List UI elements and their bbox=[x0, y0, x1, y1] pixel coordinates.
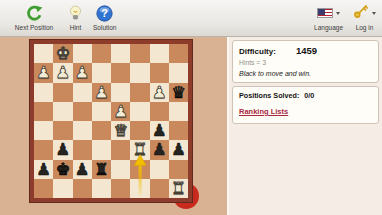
square-f1[interactable] bbox=[130, 179, 149, 198]
chess-board: ♚♟♟♟♟♟♛♟♛♟♟♜♟♟♟♚♟♜♜ bbox=[30, 40, 192, 202]
square-a1[interactable] bbox=[34, 179, 53, 198]
square-f2[interactable] bbox=[130, 160, 149, 179]
square-g3[interactable]: ♟ bbox=[150, 140, 169, 159]
square-a4[interactable] bbox=[34, 121, 53, 140]
next-position-icon bbox=[26, 4, 43, 22]
square-d6[interactable]: ♟ bbox=[92, 83, 111, 102]
square-h1[interactable]: ♜ bbox=[169, 179, 188, 198]
square-g8[interactable] bbox=[150, 44, 169, 63]
square-h2[interactable] bbox=[169, 160, 188, 179]
login-caret-icon bbox=[372, 12, 376, 15]
piece-black-P-a2[interactable]: ♟ bbox=[36, 160, 51, 179]
square-e4[interactable]: ♛ bbox=[111, 121, 130, 140]
hint-label: Hint bbox=[70, 24, 82, 31]
solution-label: Solution bbox=[93, 24, 117, 31]
toolbar: Next Position Hint ? bbox=[0, 0, 382, 37]
square-f5[interactable] bbox=[130, 102, 149, 121]
piece-white-P-d6[interactable]: ♟ bbox=[94, 83, 109, 102]
square-a8[interactable] bbox=[34, 44, 53, 63]
square-g4[interactable]: ♟ bbox=[150, 121, 169, 140]
piece-white-R-f3[interactable]: ♜ bbox=[133, 140, 148, 159]
piece-white-P-a7[interactable]: ♟ bbox=[36, 63, 51, 82]
us-flag-icon bbox=[317, 8, 333, 18]
square-e8[interactable] bbox=[111, 44, 130, 63]
square-b8[interactable]: ♚ bbox=[53, 44, 72, 63]
next-position-label: Next Position bbox=[15, 24, 53, 31]
square-b3[interactable]: ♟ bbox=[53, 140, 72, 159]
square-f3[interactable]: ♜ bbox=[130, 140, 149, 159]
login-label: Log in bbox=[356, 24, 374, 31]
square-b6[interactable] bbox=[53, 83, 72, 102]
piece-black-P-b3[interactable]: ♟ bbox=[56, 140, 71, 159]
solved-box: Positions Solved: 0/0 Ranking Lists bbox=[232, 86, 379, 124]
square-g2[interactable] bbox=[150, 160, 169, 179]
square-a6[interactable] bbox=[34, 83, 53, 102]
language-caret-icon bbox=[336, 12, 340, 15]
login-button[interactable]: Log in bbox=[353, 0, 376, 31]
piece-black-R-d2[interactable]: ♜ bbox=[94, 160, 109, 179]
square-a7[interactable]: ♟ bbox=[34, 63, 53, 82]
board-area: ♚♟♟♟♟♟♛♟♛♟♟♜♟♟♟♚♟♜♜ bbox=[0, 37, 227, 215]
square-h7[interactable] bbox=[169, 63, 188, 82]
square-a5[interactable] bbox=[34, 102, 53, 121]
square-g7[interactable] bbox=[150, 63, 169, 82]
positions-solved-label: Positions Solved: bbox=[239, 91, 299, 100]
piece-white-P-c7[interactable]: ♟ bbox=[75, 63, 90, 82]
next-position-button[interactable]: Next Position bbox=[10, 0, 58, 31]
ranking-lists-link[interactable]: Ranking Lists bbox=[239, 107, 288, 116]
square-h5[interactable] bbox=[169, 102, 188, 121]
piece-white-K-b8[interactable]: ♚ bbox=[56, 44, 71, 63]
square-a2[interactable]: ♟ bbox=[34, 160, 53, 179]
square-e7[interactable] bbox=[111, 63, 130, 82]
hint-button[interactable]: Hint bbox=[68, 0, 83, 31]
square-c2[interactable]: ♟ bbox=[73, 160, 92, 179]
square-f7[interactable] bbox=[130, 63, 149, 82]
square-d1[interactable] bbox=[92, 179, 111, 198]
piece-black-K-b2[interactable]: ♚ bbox=[56, 160, 71, 179]
square-b2[interactable]: ♚ bbox=[53, 160, 72, 179]
square-e1[interactable] bbox=[111, 179, 130, 198]
svg-text:?: ? bbox=[102, 7, 108, 19]
solution-button[interactable]: ? Solution bbox=[93, 0, 117, 31]
square-d2[interactable]: ♜ bbox=[92, 160, 111, 179]
square-e6[interactable] bbox=[111, 83, 130, 102]
square-g5[interactable] bbox=[150, 102, 169, 121]
positions-solved-value: 0/0 bbox=[304, 91, 314, 100]
hint-bulb-icon bbox=[68, 4, 83, 22]
piece-white-Q-e4[interactable]: ♛ bbox=[113, 121, 128, 140]
solution-question-icon: ? bbox=[96, 4, 113, 22]
square-c6[interactable] bbox=[73, 83, 92, 102]
square-g1[interactable] bbox=[150, 179, 169, 198]
square-h3[interactable]: ♟ bbox=[169, 140, 188, 159]
square-b5[interactable] bbox=[53, 102, 72, 121]
square-d8[interactable] bbox=[92, 44, 111, 63]
square-c8[interactable] bbox=[73, 44, 92, 63]
square-c3[interactable] bbox=[73, 140, 92, 159]
square-f6[interactable] bbox=[130, 83, 149, 102]
square-d5[interactable] bbox=[92, 102, 111, 121]
language-button[interactable]: Language bbox=[314, 0, 343, 31]
square-d3[interactable] bbox=[92, 140, 111, 159]
piece-white-P-e5[interactable]: ♟ bbox=[113, 102, 128, 121]
piece-white-P-g6[interactable]: ♟ bbox=[152, 83, 167, 102]
square-e5[interactable]: ♟ bbox=[111, 102, 130, 121]
difficulty-value: 1459 bbox=[296, 45, 317, 56]
square-h4[interactable] bbox=[169, 121, 188, 140]
square-f8[interactable] bbox=[130, 44, 149, 63]
square-d7[interactable] bbox=[92, 63, 111, 82]
piece-black-P-c2[interactable]: ♟ bbox=[75, 160, 90, 179]
square-e2[interactable] bbox=[111, 160, 130, 179]
square-c4[interactable] bbox=[73, 121, 92, 140]
piece-black-P-g4[interactable]: ♟ bbox=[152, 121, 167, 140]
square-h6[interactable]: ♛ bbox=[169, 83, 188, 102]
square-c1[interactable] bbox=[73, 179, 92, 198]
square-b7[interactable]: ♟ bbox=[53, 63, 72, 82]
language-label: Language bbox=[314, 24, 343, 31]
difficulty-box: Difficulty: 1459 Hints = 3 Black to move… bbox=[232, 40, 379, 83]
puzzle-app-window: Next Position Hint ? bbox=[0, 0, 382, 215]
square-b4[interactable] bbox=[53, 121, 72, 140]
square-e3[interactable] bbox=[111, 140, 130, 159]
hints-remaining: Hints = 3 bbox=[239, 59, 372, 66]
piece-black-P-h3[interactable]: ♟ bbox=[171, 140, 186, 159]
square-d4[interactable] bbox=[92, 121, 111, 140]
info-panel: Difficulty: 1459 Hints = 3 Black to move… bbox=[227, 37, 382, 215]
piece-black-P-g3[interactable]: ♟ bbox=[152, 140, 167, 159]
square-h8[interactable] bbox=[169, 44, 188, 63]
square-c7[interactable]: ♟ bbox=[73, 63, 92, 82]
move-instruction: Black to move and win. bbox=[239, 70, 372, 77]
square-f4[interactable] bbox=[130, 121, 149, 140]
square-a3[interactable] bbox=[34, 140, 53, 159]
piece-white-R-h1[interactable]: ♜ bbox=[171, 179, 186, 198]
piece-black-Q-h6[interactable]: ♛ bbox=[171, 83, 186, 102]
square-c5[interactable] bbox=[73, 102, 92, 121]
login-key-icon bbox=[353, 3, 369, 23]
piece-white-P-b7[interactable]: ♟ bbox=[56, 63, 71, 82]
square-b1[interactable] bbox=[53, 179, 72, 198]
square-g6[interactable]: ♟ bbox=[150, 83, 169, 102]
difficulty-label: Difficulty: bbox=[239, 47, 276, 56]
